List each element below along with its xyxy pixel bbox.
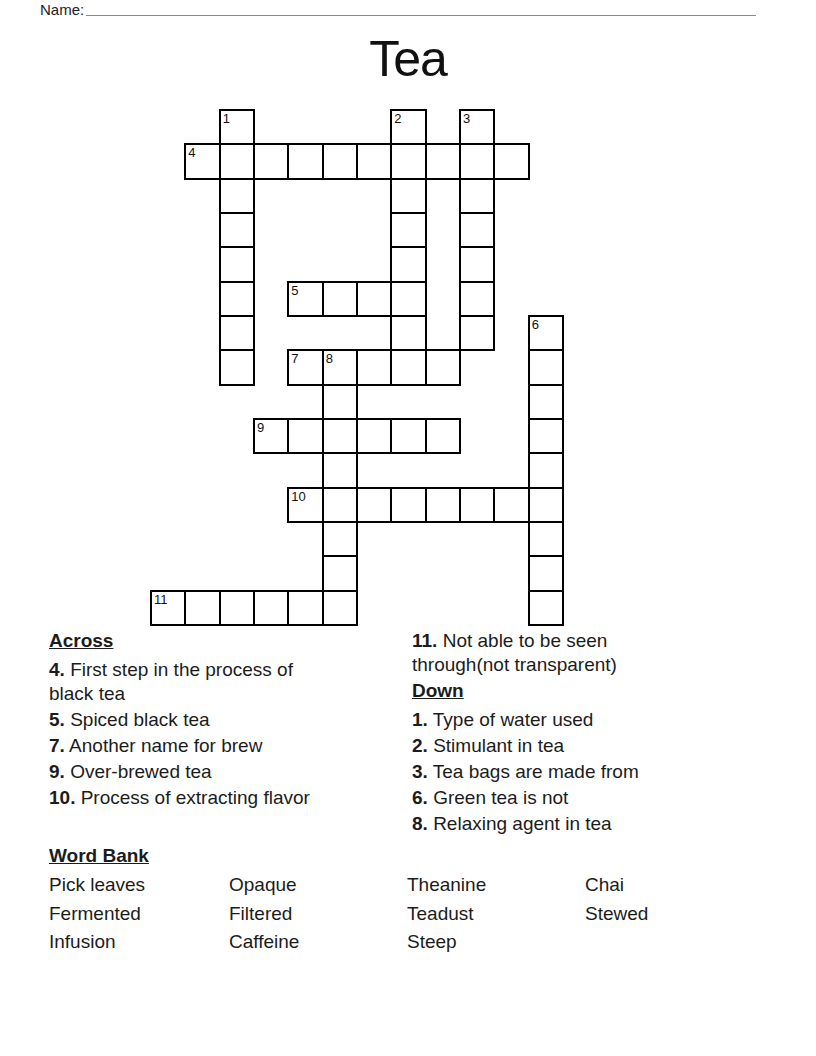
across-header: Across bbox=[49, 629, 329, 653]
crossword-cell-r7c6[interactable] bbox=[356, 349, 392, 385]
crossword-cell-r1c3[interactable] bbox=[253, 143, 289, 179]
crossword-cell-r7c8[interactable] bbox=[425, 349, 461, 385]
clue-down-3: 3. Tea bags are made from bbox=[412, 760, 702, 784]
crossword-cell-r14c3[interactable] bbox=[253, 590, 289, 626]
across-clue-list-continued: 11. Not able to be seen through(not tran… bbox=[412, 629, 702, 677]
word-bank: Word Bank Pick leavesFermentedInfusionOp… bbox=[49, 844, 648, 959]
crossword-cell-r11c10[interactable] bbox=[493, 487, 529, 523]
clue-across-7: 7. Another name for brew bbox=[49, 734, 329, 758]
name-label: Name: bbox=[40, 1, 84, 18]
crossword-cell-r5c9[interactable] bbox=[459, 281, 495, 317]
clue-across-10: 10. Process of extracting flavor bbox=[49, 786, 329, 810]
cell-number-11: 11 bbox=[154, 592, 168, 607]
crossword-cell-r1c6[interactable] bbox=[356, 143, 392, 179]
name-fill-in-line[interactable] bbox=[86, 0, 756, 16]
clue-number: 9. bbox=[49, 761, 65, 782]
crossword-cell-r5c2[interactable] bbox=[219, 281, 255, 317]
crossword-cell-r7c2[interactable] bbox=[219, 349, 255, 385]
crossword-cell-r7c11[interactable] bbox=[528, 349, 564, 385]
crossword-cell-r11c9[interactable] bbox=[459, 487, 495, 523]
crossword-cell-r7c7[interactable] bbox=[390, 349, 426, 385]
crossword-cell-r0c7[interactable]: 2 bbox=[390, 109, 426, 145]
down-clue-list: 1. Type of water used2. Stimulant in tea… bbox=[412, 708, 702, 836]
crossword-cell-r11c5[interactable] bbox=[322, 487, 358, 523]
crossword-cell-r0c9[interactable]: 3 bbox=[459, 109, 495, 145]
clue-number: 6. bbox=[412, 787, 428, 808]
crossword-cell-r9c5[interactable] bbox=[322, 418, 358, 454]
crossword-cell-r11c11[interactable] bbox=[528, 487, 564, 523]
word-bank-grid: Pick leavesFermentedInfusionOpaqueFilter… bbox=[49, 873, 648, 959]
down-header: Down bbox=[412, 679, 702, 703]
word-bank-item-opaque: Opaque bbox=[229, 873, 407, 902]
clue-number: 3. bbox=[412, 761, 428, 782]
clue-number: 11. bbox=[412, 630, 437, 651]
clue-number: 10. bbox=[49, 787, 75, 808]
clue-down-6: 6. Green tea is not bbox=[412, 786, 702, 810]
crossword-cell-r1c8[interactable] bbox=[425, 143, 461, 179]
word-bank-item-pick-leaves: Pick leaves bbox=[49, 873, 229, 902]
crossword-cell-r1c10[interactable] bbox=[493, 143, 529, 179]
clue-across-11: 11. Not able to be seen through(not tran… bbox=[412, 629, 702, 677]
crossword-cell-r1c7[interactable] bbox=[390, 143, 426, 179]
crossword-grid: 1234567891011 bbox=[151, 110, 564, 626]
crossword-cell-r12c5[interactable] bbox=[322, 521, 358, 557]
crossword-cell-r9c3[interactable]: 9 bbox=[253, 418, 289, 454]
crossword-cell-r9c11[interactable] bbox=[528, 418, 564, 454]
crossword-cell-r10c5[interactable] bbox=[322, 452, 358, 488]
crossword-cell-r2c9[interactable] bbox=[459, 178, 495, 214]
crossword-cell-r9c6[interactable] bbox=[356, 418, 392, 454]
crossword-cell-r8c11[interactable] bbox=[528, 384, 564, 420]
clue-across-5: 5. Spiced black tea bbox=[49, 708, 329, 732]
crossword-cell-r14c2[interactable] bbox=[219, 590, 255, 626]
clue-number: 7. bbox=[49, 735, 65, 756]
crossword-cell-r11c6[interactable] bbox=[356, 487, 392, 523]
crossword-cell-r1c9[interactable] bbox=[459, 143, 495, 179]
cell-number-2: 2 bbox=[394, 111, 401, 126]
crossword-cell-r6c7[interactable] bbox=[390, 315, 426, 351]
crossword-cell-r13c5[interactable] bbox=[322, 555, 358, 591]
crossword-cell-r11c7[interactable] bbox=[390, 487, 426, 523]
crossword-cell-r8c5[interactable] bbox=[322, 384, 358, 420]
down-clues-column: 11. Not able to be seen through(not tran… bbox=[412, 629, 702, 838]
crossword-cell-r6c2[interactable] bbox=[219, 315, 255, 351]
across-clues-column: Across 4. First step in the process of b… bbox=[49, 629, 329, 812]
cell-number-5: 5 bbox=[291, 283, 298, 298]
cell-number-1: 1 bbox=[223, 111, 230, 126]
crossword-cell-r14c4[interactable] bbox=[287, 590, 323, 626]
clue-number: 4. bbox=[49, 659, 65, 680]
crossword-cell-r9c7[interactable] bbox=[390, 418, 426, 454]
crossword-cell-r1c4[interactable] bbox=[287, 143, 323, 179]
word-bank-item-teadust: Teadust bbox=[407, 902, 585, 931]
crossword-cell-r4c2[interactable] bbox=[219, 246, 255, 282]
clue-number: 8. bbox=[412, 813, 428, 834]
crossword-cell-r14c11[interactable] bbox=[528, 590, 564, 626]
crossword-cell-r4c7[interactable] bbox=[390, 246, 426, 282]
crossword-cell-r2c2[interactable] bbox=[219, 178, 255, 214]
word-bank-item-filtered: Filtered bbox=[229, 902, 407, 931]
word-bank-item-caffeine: Caffeine bbox=[229, 930, 407, 959]
crossword-cell-r1c1[interactable]: 4 bbox=[184, 143, 220, 179]
crossword-cell-r9c4[interactable] bbox=[287, 418, 323, 454]
word-bank-header: Word Bank bbox=[49, 844, 648, 868]
word-bank-item-chai: Chai bbox=[585, 873, 648, 902]
crossword-cell-r2c7[interactable] bbox=[390, 178, 426, 214]
clue-number: 2. bbox=[412, 735, 428, 756]
puzzle-title: Tea bbox=[0, 30, 816, 88]
crossword-cell-r12c11[interactable] bbox=[528, 521, 564, 557]
crossword-cell-r14c5[interactable] bbox=[322, 590, 358, 626]
word-bank-item-infusion: Infusion bbox=[49, 930, 229, 959]
crossword-cell-r4c9[interactable] bbox=[459, 246, 495, 282]
cell-number-3: 3 bbox=[463, 111, 470, 126]
clue-down-2: 2. Stimulant in tea bbox=[412, 734, 702, 758]
word-bank-item-stewed: Stewed bbox=[585, 902, 648, 931]
word-bank-item-steep: Steep bbox=[407, 930, 585, 959]
crossword-cell-r7c5[interactable]: 8 bbox=[322, 349, 358, 385]
cell-number-4: 4 bbox=[188, 145, 195, 160]
word-bank-item-fermented: Fermented bbox=[49, 902, 229, 931]
clue-down-1: 1. Type of water used bbox=[412, 708, 702, 732]
clue-number: 1. bbox=[412, 709, 428, 730]
crossword-cell-r9c8[interactable] bbox=[425, 418, 461, 454]
crossword-cell-r10c11[interactable] bbox=[528, 452, 564, 488]
crossword-cell-r13c11[interactable] bbox=[528, 555, 564, 591]
clue-down-8: 8. Relaxing agent in tea bbox=[412, 812, 702, 836]
cell-number-7: 7 bbox=[291, 351, 298, 366]
crossword-cell-r5c5[interactable] bbox=[322, 281, 358, 317]
crossword-cell-r0c2[interactable]: 1 bbox=[219, 109, 255, 145]
crossword-cell-r14c1[interactable] bbox=[184, 590, 220, 626]
crossword-cell-r5c6[interactable] bbox=[356, 281, 392, 317]
crossword-cell-r5c7[interactable] bbox=[390, 281, 426, 317]
clue-across-4: 4. First step in the process of black te… bbox=[49, 658, 329, 706]
cell-number-9: 9 bbox=[257, 420, 264, 435]
crossword-cell-r11c4[interactable]: 10 bbox=[287, 487, 323, 523]
across-clue-list: 4. First step in the process of black te… bbox=[49, 658, 329, 810]
cell-number-8: 8 bbox=[326, 351, 333, 366]
clue-number: 5. bbox=[49, 709, 65, 730]
cell-number-6: 6 bbox=[532, 317, 539, 332]
crossword-cell-r3c7[interactable] bbox=[390, 212, 426, 248]
crossword-cell-r6c11[interactable]: 6 bbox=[528, 315, 564, 351]
crossword-cell-r3c9[interactable] bbox=[459, 212, 495, 248]
crossword-cell-r5c4[interactable]: 5 bbox=[287, 281, 323, 317]
crossword-cell-r14c0[interactable]: 11 bbox=[150, 590, 186, 626]
clue-across-9: 9. Over-brewed tea bbox=[49, 760, 329, 784]
crossword-cell-r3c2[interactable] bbox=[219, 212, 255, 248]
word-bank-item-theanine: Theanine bbox=[407, 873, 585, 902]
worksheet-page: Name: Tea 1234567891011 Across 4. First … bbox=[0, 0, 816, 1056]
crossword-cell-r1c5[interactable] bbox=[322, 143, 358, 179]
crossword-cell-r6c9[interactable] bbox=[459, 315, 495, 351]
crossword-cell-r7c4[interactable]: 7 bbox=[287, 349, 323, 385]
crossword-cell-r1c2[interactable] bbox=[219, 143, 255, 179]
crossword-cell-r11c8[interactable] bbox=[425, 487, 461, 523]
cell-number-10: 10 bbox=[291, 489, 305, 504]
